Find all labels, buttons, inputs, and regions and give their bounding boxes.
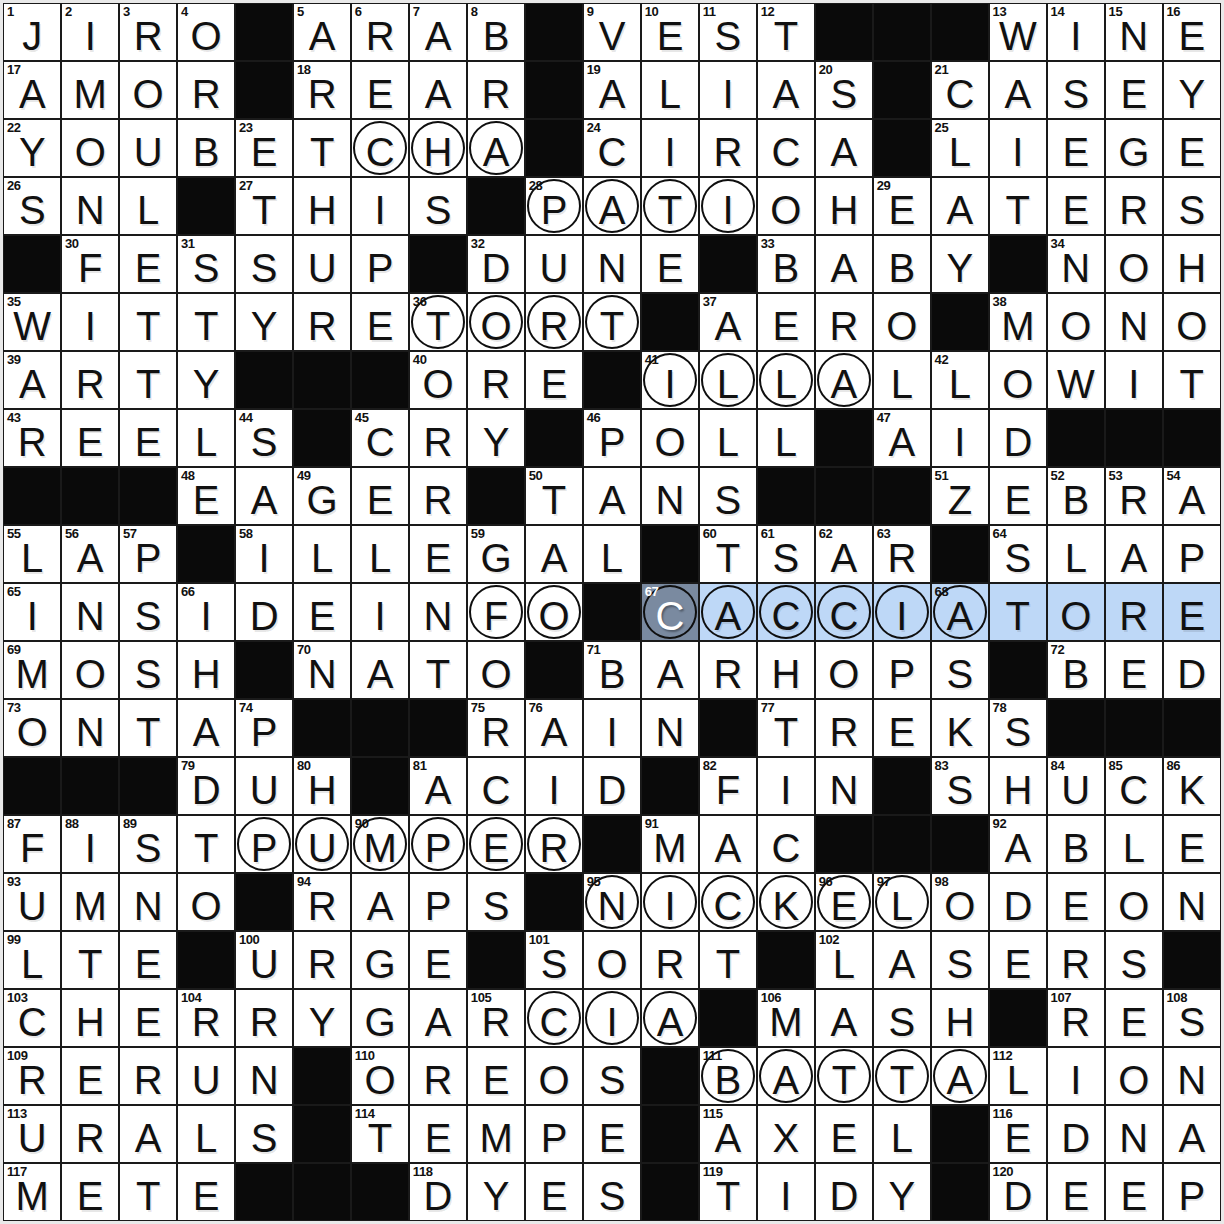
grid-cell[interactable]: 115A [700,1106,756,1162]
grid-cell[interactable]: 10E [642,4,698,60]
grid-cell[interactable]: N [642,700,698,756]
grid-cell[interactable]: E [642,236,698,292]
grid-cell[interactable]: T [120,700,176,756]
grid-cell[interactable]: T [62,932,118,988]
grid-cell[interactable]: A [700,816,756,872]
grid-cell[interactable]: T [874,1048,930,1104]
grid-cell[interactable]: O [874,294,930,350]
grid-cell[interactable]: 66I [178,584,234,640]
grid-cell[interactable]: C [758,120,814,176]
grid-cell[interactable]: H [178,642,234,698]
grid-cell[interactable]: A [352,642,408,698]
grid-cell[interactable]: 65I [4,584,60,640]
grid-cell[interactable]: O [120,62,176,118]
grid-cell[interactable]: L [874,352,930,408]
grid-cell[interactable]: 119T [700,1164,756,1220]
grid-cell[interactable]: 23E [236,120,292,176]
grid-cell[interactable]: A [1106,526,1162,582]
grid-cell[interactable]: I [1048,1048,1104,1104]
grid-cell[interactable]: H [816,178,872,234]
grid-cell[interactable]: S [468,874,524,930]
grid-cell[interactable]: R [816,294,872,350]
grid-cell[interactable]: 6R [352,4,408,60]
grid-cell[interactable]: 75R [468,700,524,756]
grid-cell[interactable]: R [62,1106,118,1162]
grid-cell[interactable]: 97L [874,874,930,930]
grid-cell[interactable]: L [700,352,756,408]
grid-cell[interactable]: N [62,584,118,640]
grid-cell[interactable]: R [1106,584,1162,640]
grid-cell[interactable]: T [584,294,640,350]
grid-cell[interactable]: A [236,468,292,524]
grid-cell[interactable]: 61S [758,526,814,582]
grid-cell[interactable]: 73O [4,700,60,756]
grid-cell[interactable]: O [62,120,118,176]
grid-cell[interactable]: 17A [4,62,60,118]
grid-cell[interactable]: E [120,932,176,988]
grid-cell[interactable]: T [990,584,1046,640]
grid-cell[interactable]: I [700,178,756,234]
grid-cell[interactable]: U [120,120,176,176]
grid-cell[interactable]: 105R [468,990,524,1046]
grid-cell[interactable]: L [642,62,698,118]
grid-cell[interactable]: 83S [932,758,988,814]
grid-cell[interactable]: A [642,990,698,1046]
grid-cell[interactable]: 101S [526,932,582,988]
grid-cell[interactable]: T [120,1164,176,1220]
grid-cell[interactable]: R [294,932,350,988]
grid-cell[interactable]: S [932,642,988,698]
grid-cell[interactable]: 57P [120,526,176,582]
grid-cell[interactable]: G [352,932,408,988]
grid-cell[interactable]: 111B [700,1048,756,1104]
grid-cell[interactable]: Y [236,294,292,350]
grid-cell[interactable]: 118D [410,1164,466,1220]
grid-cell[interactable]: E [1164,120,1220,176]
grid-cell[interactable]: R [410,468,466,524]
grid-cell[interactable]: W [1048,352,1104,408]
grid-cell[interactable]: I [584,990,640,1046]
grid-cell[interactable]: 80H [294,758,350,814]
grid-cell[interactable]: L [1106,816,1162,872]
grid-cell[interactable]: 2I [62,4,118,60]
grid-cell[interactable]: U [236,758,292,814]
grid-cell[interactable]: 86K [1164,758,1220,814]
grid-cell[interactable]: 9V [584,4,640,60]
grid-cell[interactable]: I [932,410,988,466]
grid-cell[interactable]: 92A [990,816,1046,872]
grid-cell[interactable]: A [758,62,814,118]
grid-cell[interactable]: 59G [468,526,524,582]
grid-cell[interactable]: 100U [236,932,292,988]
grid-cell[interactable]: N [62,178,118,234]
grid-cell[interactable]: E [584,1106,640,1162]
grid-cell[interactable]: H [410,120,466,176]
grid-cell[interactable]: 81A [410,758,466,814]
grid-cell[interactable]: 1J [4,4,60,60]
grid-cell[interactable]: Y [1164,62,1220,118]
grid-cell[interactable]: R [700,642,756,698]
grid-cell[interactable]: D [236,584,292,640]
grid-cell[interactable]: A [584,178,640,234]
grid-cell[interactable]: O [758,178,814,234]
grid-cell[interactable]: C [352,120,408,176]
grid-cell[interactable]: I [990,120,1046,176]
grid-cell[interactable]: 93U [4,874,60,930]
grid-cell[interactable]: T [120,352,176,408]
grid-cell[interactable]: C [468,758,524,814]
grid-cell[interactable]: 16E [1164,4,1220,60]
grid-cell[interactable]: A [410,62,466,118]
grid-cell[interactable]: N [236,1048,292,1104]
grid-cell[interactable]: I [526,758,582,814]
grid-cell[interactable]: H [932,990,988,1046]
grid-cell[interactable]: 4O [178,4,234,60]
grid-cell[interactable]: O [1048,294,1104,350]
grid-cell[interactable]: 94R [294,874,350,930]
grid-cell[interactable]: R [526,294,582,350]
grid-cell[interactable]: S [1048,62,1104,118]
grid-cell[interactable]: L [178,1106,234,1162]
grid-cell[interactable]: O [1106,874,1162,930]
grid-cell[interactable]: O [468,642,524,698]
grid-cell[interactable]: 13W [990,4,1046,60]
grid-cell[interactable]: P [874,642,930,698]
grid-cell[interactable]: N [120,874,176,930]
grid-cell[interactable]: E [1164,816,1220,872]
grid-cell[interactable]: D [816,1164,872,1220]
grid-cell[interactable]: 50T [526,468,582,524]
grid-cell[interactable]: 14I [1048,4,1104,60]
grid-cell[interactable]: A [700,584,756,640]
grid-cell[interactable]: E [1106,1164,1162,1220]
grid-cell[interactable]: D [1164,642,1220,698]
grid-cell[interactable]: 52B [1048,468,1104,524]
grid-cell[interactable]: U [294,236,350,292]
grid-cell[interactable]: 71B [584,642,640,698]
grid-cell[interactable]: A [120,1106,176,1162]
grid-cell[interactable]: Y [468,1164,524,1220]
grid-cell[interactable]: E [62,1048,118,1104]
grid-cell[interactable]: 120D [990,1164,1046,1220]
grid-cell[interactable]: L [352,526,408,582]
grid-cell[interactable]: 15N [1106,4,1162,60]
grid-cell[interactable]: 102L [816,932,872,988]
grid-cell[interactable]: 90M [352,816,408,872]
grid-cell[interactable]: 116E [990,1106,1046,1162]
grid-cell[interactable]: R [1106,178,1162,234]
grid-cell[interactable]: 25L [932,120,988,176]
grid-cell[interactable]: 106M [758,990,814,1046]
grid-cell[interactable]: 18R [294,62,350,118]
grid-cell[interactable]: 62A [816,526,872,582]
grid-cell[interactable]: O [1164,294,1220,350]
grid-cell[interactable]: 8B [468,4,524,60]
grid-cell[interactable]: T [816,1048,872,1104]
grid-cell[interactable]: L [874,1106,930,1162]
grid-cell[interactable]: 49G [294,468,350,524]
grid-cell[interactable]: R [236,990,292,1046]
grid-cell[interactable]: P [236,816,292,872]
grid-cell[interactable]: 3R [120,4,176,60]
grid-cell[interactable]: A [816,236,872,292]
grid-cell[interactable]: E [410,932,466,988]
grid-cell[interactable]: A [816,352,872,408]
grid-cell[interactable]: 45C [352,410,408,466]
grid-cell[interactable]: 21C [932,62,988,118]
grid-cell[interactable]: S [410,178,466,234]
grid-cell[interactable]: 63R [874,526,930,582]
grid-cell[interactable]: A [526,526,582,582]
grid-cell[interactable]: O [178,874,234,930]
grid-cell[interactable]: S [584,1048,640,1104]
grid-cell[interactable]: 27T [236,178,292,234]
grid-cell[interactable]: 74P [236,700,292,756]
grid-cell[interactable]: N [584,236,640,292]
grid-cell[interactable]: O [468,294,524,350]
grid-cell[interactable]: I [1106,352,1162,408]
grid-cell[interactable]: 108S [1164,990,1220,1046]
grid-cell[interactable]: 53R [1106,468,1162,524]
grid-cell[interactable]: T [990,178,1046,234]
grid-cell[interactable]: I [874,584,930,640]
grid-cell[interactable]: 33B [758,236,814,292]
grid-cell[interactable]: U [526,236,582,292]
grid-cell[interactable]: E [1106,642,1162,698]
grid-cell[interactable]: 35W [4,294,60,350]
grid-cell[interactable]: 107R [1048,990,1104,1046]
grid-cell[interactable]: 34N [1048,236,1104,292]
grid-cell[interactable]: 76A [526,700,582,756]
grid-cell[interactable]: R [816,700,872,756]
grid-cell[interactable]: O [816,642,872,698]
grid-cell[interactable]: A [178,700,234,756]
grid-cell[interactable]: E [1048,1164,1104,1220]
grid-cell[interactable]: P [410,874,466,930]
grid-cell[interactable]: 44S [236,410,292,466]
grid-cell[interactable]: C [700,874,756,930]
grid-cell[interactable]: N [816,758,872,814]
grid-cell[interactable]: I [758,1164,814,1220]
grid-cell[interactable]: O [990,352,1046,408]
grid-cell[interactable]: N [410,584,466,640]
grid-cell[interactable]: L [120,178,176,234]
grid-cell[interactable]: R [120,1048,176,1104]
grid-cell[interactable]: 79D [178,758,234,814]
grid-cell[interactable]: E [352,468,408,524]
grid-cell[interactable]: S [120,584,176,640]
grid-cell[interactable]: B [1048,816,1104,872]
grid-cell[interactable]: 55L [4,526,60,582]
grid-cell[interactable]: O [62,642,118,698]
grid-cell[interactable]: X [758,1106,814,1162]
grid-cell[interactable]: I [352,178,408,234]
grid-cell[interactable]: M [62,874,118,930]
grid-cell[interactable]: L [758,352,814,408]
grid-cell[interactable]: 51Z [932,468,988,524]
grid-cell[interactable]: A [584,468,640,524]
grid-cell[interactable]: C [526,990,582,1046]
grid-cell[interactable]: S [236,236,292,292]
grid-cell[interactable]: E [62,1164,118,1220]
grid-cell[interactable]: E [62,410,118,466]
grid-cell[interactable]: E [120,990,176,1046]
grid-cell[interactable]: 58I [236,526,292,582]
grid-cell[interactable]: A [990,62,1046,118]
grid-cell[interactable]: E [874,700,930,756]
grid-cell[interactable]: K [932,700,988,756]
grid-cell[interactable]: 109R [4,1048,60,1104]
grid-cell[interactable]: 32D [468,236,524,292]
grid-cell[interactable]: T [178,816,234,872]
grid-cell[interactable]: R [410,410,466,466]
grid-cell[interactable]: N [642,468,698,524]
grid-cell[interactable]: O [526,1048,582,1104]
grid-cell[interactable]: 40O [410,352,466,408]
grid-cell[interactable]: P [1164,1164,1220,1220]
grid-cell[interactable]: E [352,294,408,350]
grid-cell[interactable]: 104R [178,990,234,1046]
grid-cell[interactable]: E [468,816,524,872]
grid-cell[interactable]: R [642,932,698,988]
grid-cell[interactable]: T [1164,352,1220,408]
grid-cell[interactable]: L [294,526,350,582]
grid-cell[interactable]: 24C [584,120,640,176]
grid-cell[interactable]: 103C [4,990,60,1046]
grid-cell[interactable]: P [352,236,408,292]
grid-cell[interactable]: E [758,294,814,350]
grid-cell[interactable]: P [526,1106,582,1162]
grid-cell[interactable]: I [642,120,698,176]
grid-cell[interactable]: P [1164,526,1220,582]
grid-cell[interactable]: Y [468,410,524,466]
grid-cell[interactable]: H [1164,236,1220,292]
grid-cell[interactable]: T [642,178,698,234]
grid-cell[interactable]: S [874,990,930,1046]
grid-cell[interactable]: U [178,1048,234,1104]
grid-cell[interactable]: P [410,816,466,872]
grid-cell[interactable]: 85C [1106,758,1162,814]
grid-cell[interactable]: E [1106,990,1162,1046]
grid-cell[interactable]: O [526,584,582,640]
grid-cell[interactable]: E [1048,120,1104,176]
grid-cell[interactable]: 48E [178,468,234,524]
grid-cell[interactable]: 70N [294,642,350,698]
grid-cell[interactable]: Y [294,990,350,1046]
grid-cell[interactable]: 41I [642,352,698,408]
grid-cell[interactable]: Y [874,1164,930,1220]
grid-cell[interactable]: 91M [642,816,698,872]
grid-cell[interactable]: D [990,410,1046,466]
grid-cell[interactable]: 114T [352,1106,408,1162]
grid-cell[interactable]: I [758,758,814,814]
grid-cell[interactable]: O [584,932,640,988]
grid-cell[interactable]: K [758,874,814,930]
grid-cell[interactable]: E [990,468,1046,524]
grid-cell[interactable]: 88I [62,816,118,872]
grid-cell[interactable]: 42L [932,352,988,408]
grid-cell[interactable]: L [758,410,814,466]
grid-cell[interactable]: I [584,700,640,756]
grid-cell[interactable]: D [584,758,640,814]
grid-cell[interactable]: 5A [294,4,350,60]
grid-cell[interactable]: 46P [584,410,640,466]
grid-cell[interactable]: 64S [990,526,1046,582]
grid-cell[interactable]: A [816,990,872,1046]
grid-cell[interactable]: Y [178,352,234,408]
grid-cell[interactable]: H [990,758,1046,814]
grid-cell[interactable]: T [120,294,176,350]
grid-cell[interactable]: 69M [4,642,60,698]
grid-cell[interactable]: I [642,874,698,930]
grid-cell[interactable]: T [294,120,350,176]
grid-cell[interactable]: C [816,584,872,640]
grid-cell[interactable]: E [120,236,176,292]
grid-cell[interactable]: N [1106,294,1162,350]
grid-cell[interactable]: 47A [874,410,930,466]
grid-cell[interactable]: I [352,584,408,640]
grid-cell[interactable]: O [642,410,698,466]
grid-cell[interactable]: 98O [932,874,988,930]
grid-cell[interactable]: 56A [62,526,118,582]
grid-cell[interactable]: 36T [410,294,466,350]
grid-cell[interactable]: E [410,1106,466,1162]
grid-cell[interactable]: 110O [352,1048,408,1104]
grid-cell[interactable]: E [294,584,350,640]
grid-cell[interactable]: 54A [1164,468,1220,524]
grid-cell[interactable]: H [294,178,350,234]
grid-cell[interactable]: 117M [4,1164,60,1220]
grid-cell[interactable]: 30F [62,236,118,292]
grid-cell[interactable]: U [294,816,350,872]
grid-cell[interactable]: R [410,1048,466,1104]
grid-cell[interactable]: E [526,352,582,408]
grid-cell[interactable]: 11S [700,4,756,60]
grid-cell[interactable]: E [1048,178,1104,234]
grid-cell[interactable]: Y [932,236,988,292]
grid-cell[interactable]: E [816,1106,872,1162]
grid-cell[interactable]: 20S [816,62,872,118]
grid-cell[interactable]: S [1164,178,1220,234]
grid-cell[interactable]: I [700,62,756,118]
grid-cell[interactable]: E [352,62,408,118]
grid-cell[interactable]: S [584,1164,640,1220]
grid-cell[interactable]: 19A [584,62,640,118]
grid-cell[interactable]: 89S [120,816,176,872]
grid-cell[interactable]: 77T [758,700,814,756]
grid-cell[interactable]: R [62,352,118,408]
grid-cell[interactable]: T [410,642,466,698]
grid-cell[interactable]: R [178,62,234,118]
grid-cell[interactable]: R [294,294,350,350]
grid-cell[interactable]: E [1164,584,1220,640]
grid-cell[interactable]: 31S [178,236,234,292]
grid-cell[interactable]: C [758,816,814,872]
grid-cell[interactable]: 82F [700,758,756,814]
grid-cell[interactable]: 37A [700,294,756,350]
grid-cell[interactable]: T [700,932,756,988]
grid-cell[interactable]: R [700,120,756,176]
grid-cell[interactable]: L [700,410,756,466]
grid-cell[interactable]: 99L [4,932,60,988]
grid-cell[interactable]: 72B [1048,642,1104,698]
grid-cell[interactable]: S [236,1106,292,1162]
grid-cell[interactable]: H [758,642,814,698]
grid-cell[interactable]: E [526,1164,582,1220]
grid-cell[interactable]: S [700,468,756,524]
grid-cell[interactable]: L [1048,526,1104,582]
grid-cell[interactable]: D [1048,1106,1104,1162]
